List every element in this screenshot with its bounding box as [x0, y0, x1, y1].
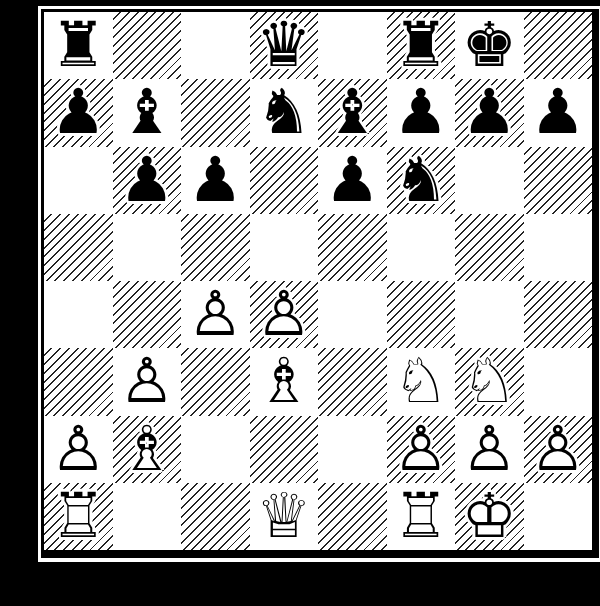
piece-white-pawn: ♟♙ — [181, 281, 250, 348]
square-b4[interactable] — [113, 281, 182, 348]
square-b1[interactable] — [113, 483, 182, 550]
piece-white-pawn: ♟♙ — [44, 416, 113, 483]
piece-white-pawn: ♟♙ — [455, 416, 524, 483]
left-frame-strip — [0, 0, 38, 606]
piece-black-pawn: ♟ — [455, 79, 524, 146]
square-h2[interactable]: ♟♙ — [524, 416, 593, 483]
white-rook-icon: ♖ — [44, 483, 113, 550]
white-pawn-icon: ♙ — [455, 416, 524, 483]
white-pawn-icon: ♙ — [113, 348, 182, 415]
piece-black-pawn: ♟ — [113, 147, 182, 214]
square-c4[interactable]: ♟♙ — [181, 281, 250, 348]
square-f4[interactable] — [387, 281, 456, 348]
white-queen-icon: ♕ — [250, 483, 319, 550]
white-pawn-icon: ♙ — [44, 416, 113, 483]
piece-black-knight: ♞ — [250, 79, 319, 146]
black-pawn-icon: ♟ — [387, 79, 456, 146]
black-pawn-icon: ♟ — [318, 147, 387, 214]
piece-white-pawn: ♟♙ — [524, 416, 593, 483]
square-a3[interactable] — [44, 348, 113, 415]
piece-white-rook: ♜♖ — [387, 483, 456, 550]
square-g4[interactable] — [455, 281, 524, 348]
square-c8[interactable] — [181, 12, 250, 79]
white-king-icon: ♔ — [455, 483, 524, 550]
square-c7[interactable] — [181, 79, 250, 146]
square-c2[interactable] — [181, 416, 250, 483]
square-a7[interactable]: ♟ — [44, 79, 113, 146]
square-h5[interactable] — [524, 214, 593, 281]
square-g1[interactable]: ♚♔ — [455, 483, 524, 550]
square-f2[interactable]: ♟♙ — [387, 416, 456, 483]
black-bishop-icon: ♝ — [113, 79, 182, 146]
square-d6[interactable] — [250, 147, 319, 214]
square-g8[interactable]: ♚ — [455, 12, 524, 79]
piece-black-queen: ♛ — [250, 12, 319, 79]
piece-black-pawn: ♟ — [181, 147, 250, 214]
square-f8[interactable]: ♜ — [387, 12, 456, 79]
black-knight-icon: ♞ — [250, 79, 319, 146]
piece-white-bishop: ♝♗ — [113, 416, 182, 483]
chess-board: ♜♛♜♚♟♝♞♝♟♟♟♟♟♟♞♟♙♟♙♟♙♝♗♞♘♞♘♟♙♝♗♟♙♟♙♟♙♜♖♛… — [44, 12, 592, 550]
piece-black-pawn: ♟ — [524, 79, 593, 146]
square-b7[interactable]: ♝ — [113, 79, 182, 146]
black-knight-icon: ♞ — [387, 147, 456, 214]
square-c6[interactable]: ♟ — [181, 147, 250, 214]
square-d8[interactable]: ♛ — [250, 12, 319, 79]
board-frame: ♜♛♜♚♟♝♞♝♟♟♟♟♟♟♞♟♙♟♙♟♙♝♗♞♘♞♘♟♙♝♗♟♙♟♙♟♙♜♖♛… — [41, 9, 599, 558]
piece-black-pawn: ♟ — [318, 147, 387, 214]
square-b5[interactable] — [113, 214, 182, 281]
square-a2[interactable]: ♟♙ — [44, 416, 113, 483]
square-d2[interactable] — [250, 416, 319, 483]
white-pawn-icon: ♙ — [181, 281, 250, 348]
square-f1[interactable]: ♜♖ — [387, 483, 456, 550]
piece-black-king: ♚ — [455, 12, 524, 79]
square-h8[interactable] — [524, 12, 593, 79]
piece-white-pawn: ♟♙ — [387, 416, 456, 483]
piece-white-pawn: ♟♙ — [250, 281, 319, 348]
black-pawn-icon: ♟ — [44, 79, 113, 146]
square-b8[interactable] — [113, 12, 182, 79]
black-king-icon: ♚ — [455, 12, 524, 79]
square-a8[interactable]: ♜ — [44, 12, 113, 79]
black-bishop-icon: ♝ — [318, 79, 387, 146]
square-e3[interactable] — [318, 348, 387, 415]
black-rook-icon: ♜ — [387, 12, 456, 79]
square-c3[interactable] — [181, 348, 250, 415]
piece-black-knight: ♞ — [387, 147, 456, 214]
piece-white-pawn: ♟♙ — [113, 348, 182, 415]
white-rook-icon: ♖ — [387, 483, 456, 550]
white-pawn-icon: ♙ — [250, 281, 319, 348]
square-f5[interactable] — [387, 214, 456, 281]
white-bishop-icon: ♗ — [113, 416, 182, 483]
white-pawn-icon: ♙ — [387, 416, 456, 483]
black-pawn-icon: ♟ — [181, 147, 250, 214]
board-margin: ♜♛♜♚♟♝♞♝♟♟♟♟♟♟♞♟♙♟♙♟♙♝♗♞♘♞♘♟♙♝♗♟♙♟♙♟♙♜♖♛… — [38, 6, 600, 562]
square-b3[interactable]: ♟♙ — [113, 348, 182, 415]
black-queen-icon: ♛ — [250, 12, 319, 79]
square-e1[interactable] — [318, 483, 387, 550]
piece-white-knight: ♞♘ — [387, 348, 456, 415]
square-d3[interactable]: ♝♗ — [250, 348, 319, 415]
square-c1[interactable] — [181, 483, 250, 550]
square-b6[interactable]: ♟ — [113, 147, 182, 214]
white-knight-icon: ♘ — [455, 348, 524, 415]
square-d5[interactable] — [250, 214, 319, 281]
square-f7[interactable]: ♟ — [387, 79, 456, 146]
piece-white-king: ♚♔ — [455, 483, 524, 550]
white-bishop-icon: ♗ — [250, 348, 319, 415]
black-pawn-icon: ♟ — [113, 147, 182, 214]
square-g5[interactable] — [455, 214, 524, 281]
square-e5[interactable] — [318, 214, 387, 281]
square-e4[interactable] — [318, 281, 387, 348]
black-rook-icon: ♜ — [44, 12, 113, 79]
piece-black-bishop: ♝ — [113, 79, 182, 146]
white-knight-icon: ♘ — [387, 348, 456, 415]
square-e6[interactable]: ♟ — [318, 147, 387, 214]
square-g6[interactable] — [455, 147, 524, 214]
black-pawn-icon: ♟ — [524, 79, 593, 146]
square-d1[interactable]: ♛♕ — [250, 483, 319, 550]
square-h4[interactable] — [524, 281, 593, 348]
square-h7[interactable]: ♟ — [524, 79, 593, 146]
white-pawn-icon: ♙ — [524, 416, 593, 483]
square-e8[interactable] — [318, 12, 387, 79]
piece-white-queen: ♛♕ — [250, 483, 319, 550]
square-g2[interactable]: ♟♙ — [455, 416, 524, 483]
square-e7[interactable]: ♝ — [318, 79, 387, 146]
bottom-frame-strip — [0, 562, 600, 606]
page: { "game": "chess", "position": "r2q1rk1/… — [0, 0, 600, 606]
square-h6[interactable] — [524, 147, 593, 214]
square-a4[interactable] — [44, 281, 113, 348]
square-a5[interactable] — [44, 214, 113, 281]
piece-black-rook: ♜ — [387, 12, 456, 79]
square-c5[interactable] — [181, 214, 250, 281]
square-a1[interactable]: ♜♖ — [44, 483, 113, 550]
piece-white-rook: ♜♖ — [44, 483, 113, 550]
square-f6[interactable]: ♞ — [387, 147, 456, 214]
square-g3[interactable]: ♞♘ — [455, 348, 524, 415]
piece-black-pawn: ♟ — [387, 79, 456, 146]
piece-white-bishop: ♝♗ — [250, 348, 319, 415]
square-d4[interactable]: ♟♙ — [250, 281, 319, 348]
square-d7[interactable]: ♞ — [250, 79, 319, 146]
square-b2[interactable]: ♝♗ — [113, 416, 182, 483]
square-h3[interactable] — [524, 348, 593, 415]
black-pawn-icon: ♟ — [455, 79, 524, 146]
square-a6[interactable] — [44, 147, 113, 214]
square-h1[interactable] — [524, 483, 593, 550]
square-f3[interactable]: ♞♘ — [387, 348, 456, 415]
square-e2[interactable] — [318, 416, 387, 483]
piece-black-bishop: ♝ — [318, 79, 387, 146]
piece-white-knight: ♞♘ — [455, 348, 524, 415]
square-g7[interactable]: ♟ — [455, 79, 524, 146]
piece-black-rook: ♜ — [44, 12, 113, 79]
piece-black-pawn: ♟ — [44, 79, 113, 146]
